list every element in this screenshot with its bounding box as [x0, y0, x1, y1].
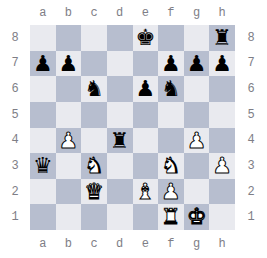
square-g5[interactable]: [184, 102, 210, 128]
rank-label-4-right: 4: [235, 128, 267, 154]
square-f7[interactable]: ♟: [158, 51, 184, 77]
black-pawn: ♟: [187, 51, 207, 77]
black-knight: ♞: [84, 76, 104, 102]
square-e3[interactable]: [133, 153, 159, 179]
square-a4[interactable]: [30, 128, 56, 154]
file-label-g-top: g: [184, 0, 210, 25]
square-h7[interactable]: ♟: [209, 51, 235, 77]
square-f2[interactable]: ♟: [158, 179, 184, 205]
white-knight: ♞: [84, 153, 104, 179]
file-label-f-top: f: [158, 0, 184, 25]
file-label-h-bottom: h: [209, 230, 235, 258]
file-label-e-bottom: e: [133, 230, 159, 258]
square-d5[interactable]: [107, 102, 133, 128]
white-rook: ♜: [161, 204, 181, 230]
square-f8[interactable]: [158, 25, 184, 51]
square-g1[interactable]: ♚: [184, 204, 210, 230]
white-pawn: ♟: [212, 153, 232, 179]
black-pawn: ♟: [59, 51, 79, 77]
file-label-f-bottom: f: [158, 230, 184, 258]
square-e4[interactable]: [133, 128, 159, 154]
white-bishop: ♝: [135, 179, 155, 205]
rank-label-1-left: 1: [0, 204, 30, 230]
rank-label-2-right: 2: [235, 179, 267, 205]
rank-label-4-left: 4: [0, 128, 30, 154]
white-knight: ♞: [161, 153, 181, 179]
square-e1[interactable]: [133, 204, 159, 230]
square-c2[interactable]: ♛: [81, 179, 107, 205]
file-label-b-top: b: [56, 0, 82, 25]
rank-label-1-right: 1: [235, 204, 267, 230]
square-f4[interactable]: [158, 128, 184, 154]
square-f1[interactable]: ♜: [158, 204, 184, 230]
corner-spacer: [235, 230, 267, 258]
square-b7[interactable]: ♟: [56, 51, 82, 77]
square-g7[interactable]: ♟: [184, 51, 210, 77]
file-label-d-top: d: [107, 0, 133, 25]
square-g3[interactable]: [184, 153, 210, 179]
square-g8[interactable]: [184, 25, 210, 51]
square-f5[interactable]: [158, 102, 184, 128]
file-label-c-bottom: c: [81, 230, 107, 258]
square-e6[interactable]: ♟: [133, 76, 159, 102]
square-e2[interactable]: ♝: [133, 179, 159, 205]
square-a5[interactable]: [30, 102, 56, 128]
white-pawn: ♟: [59, 128, 79, 154]
square-b8[interactable]: [56, 25, 82, 51]
square-d8[interactable]: [107, 25, 133, 51]
square-c4[interactable]: [81, 128, 107, 154]
black-pawn: ♟: [33, 51, 53, 77]
black-queen: ♛: [33, 153, 53, 179]
rank-label-6-right: 6: [235, 76, 267, 102]
rank-label-2-left: 2: [0, 179, 30, 205]
black-pawn: ♟: [135, 76, 155, 102]
square-a8[interactable]: [30, 25, 56, 51]
square-c3[interactable]: ♞: [81, 153, 107, 179]
square-h3[interactable]: ♟: [209, 153, 235, 179]
file-label-a-bottom: a: [30, 230, 56, 258]
rank-label-8-left: 8: [0, 25, 30, 51]
black-knight: ♞: [161, 76, 181, 102]
file-label-a-top: a: [30, 0, 56, 25]
black-pawn: ♟: [161, 51, 181, 77]
rank-label-3-left: 3: [0, 153, 30, 179]
square-a7[interactable]: ♟: [30, 51, 56, 77]
square-g4[interactable]: ♟: [184, 128, 210, 154]
square-e8[interactable]: ♚: [133, 25, 159, 51]
rank-label-7-left: 7: [0, 51, 30, 77]
white-king: ♚: [187, 204, 207, 230]
square-e5[interactable]: [133, 102, 159, 128]
square-f6[interactable]: ♞: [158, 76, 184, 102]
white-pawn: ♟: [187, 128, 207, 154]
file-label-e-top: e: [133, 0, 159, 25]
square-g6[interactable]: [184, 76, 210, 102]
chess-board-diagram: abcdefgh8♚♜87♟♟♟♟♟76♞♟♞6554♟♜♟43♛♞♞♟32♛♝…: [0, 0, 267, 258]
square-g2[interactable]: [184, 179, 210, 205]
corner-spacer: [0, 0, 30, 25]
file-label-c-top: c: [81, 0, 107, 25]
square-d2[interactable]: [107, 179, 133, 205]
black-rook: ♜: [110, 128, 130, 154]
file-label-b-bottom: b: [56, 230, 82, 258]
square-h5[interactable]: [209, 102, 235, 128]
file-label-h-top: h: [209, 0, 235, 25]
square-c6[interactable]: ♞: [81, 76, 107, 102]
rank-label-5-left: 5: [0, 102, 30, 128]
square-d4[interactable]: ♜: [107, 128, 133, 154]
corner-spacer: [235, 0, 267, 25]
square-h6[interactable]: [209, 76, 235, 102]
rank-label-7-right: 7: [235, 51, 267, 77]
square-d6[interactable]: [107, 76, 133, 102]
square-h1[interactable]: [209, 204, 235, 230]
square-b5[interactable]: [56, 102, 82, 128]
corner-spacer: [0, 230, 30, 258]
white-pawn: ♟: [161, 179, 181, 205]
square-b2[interactable]: [56, 179, 82, 205]
square-c8[interactable]: [81, 25, 107, 51]
square-c5[interactable]: [81, 102, 107, 128]
square-b6[interactable]: [56, 76, 82, 102]
square-a3[interactable]: ♛: [30, 153, 56, 179]
rank-label-5-right: 5: [235, 102, 267, 128]
rank-label-8-right: 8: [235, 25, 267, 51]
square-c1[interactable]: [81, 204, 107, 230]
square-d7[interactable]: [107, 51, 133, 77]
square-c7[interactable]: [81, 51, 107, 77]
file-label-d-bottom: d: [107, 230, 133, 258]
square-b3[interactable]: [56, 153, 82, 179]
square-a6[interactable]: [30, 76, 56, 102]
square-h2[interactable]: [209, 179, 235, 205]
square-a2[interactable]: [30, 179, 56, 205]
file-label-g-bottom: g: [184, 230, 210, 258]
black-rook: ♜: [212, 25, 232, 51]
black-king: ♚: [135, 25, 155, 51]
square-b1[interactable]: [56, 204, 82, 230]
square-d1[interactable]: [107, 204, 133, 230]
white-queen: ♛: [84, 179, 104, 205]
square-h4[interactable]: [209, 128, 235, 154]
square-e7[interactable]: [133, 51, 159, 77]
square-d3[interactable]: [107, 153, 133, 179]
square-a1[interactable]: [30, 204, 56, 230]
square-h8[interactable]: ♜: [209, 25, 235, 51]
square-f3[interactable]: ♞: [158, 153, 184, 179]
rank-label-3-right: 3: [235, 153, 267, 179]
rank-label-6-left: 6: [0, 76, 30, 102]
square-b4[interactable]: ♟: [56, 128, 82, 154]
black-pawn: ♟: [212, 51, 232, 77]
